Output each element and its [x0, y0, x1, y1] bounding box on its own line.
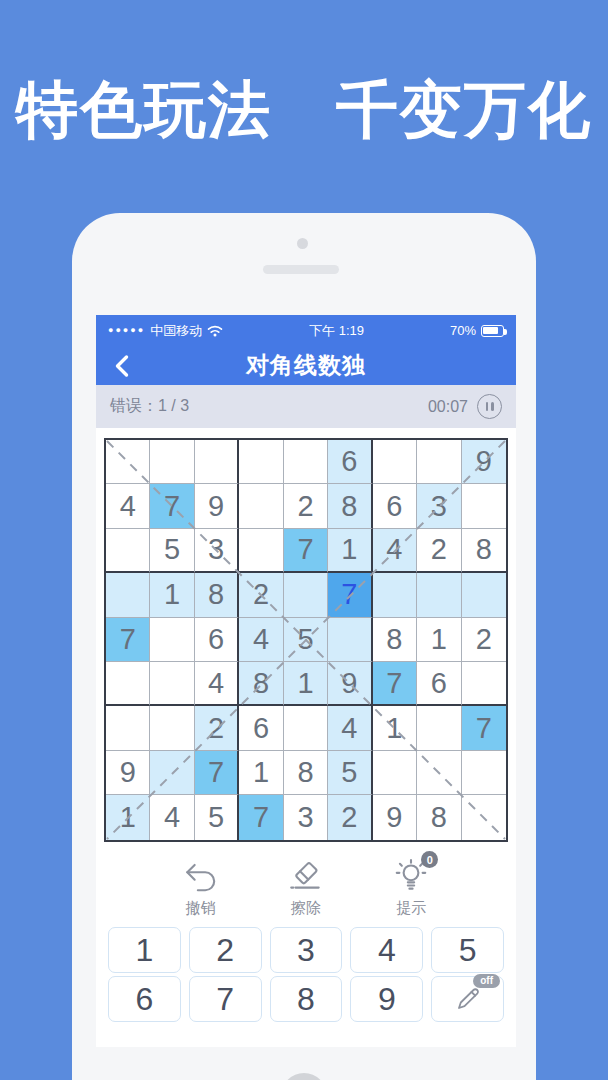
sudoku-cell-r3c9[interactable]: 8 — [462, 529, 506, 573]
sudoku-cell-r9c1[interactable]: 1 — [106, 795, 150, 839]
sudoku-cell-r5c8[interactable]: 1 — [417, 618, 461, 662]
sudoku-cell-r2c4[interactable] — [239, 484, 283, 528]
pause-button[interactable] — [477, 394, 502, 419]
sudoku-cell-r3c7[interactable]: 4 — [373, 529, 417, 573]
sudoku-cell-r2c6[interactable]: 8 — [328, 484, 372, 528]
page: 特色玩法 千变万化 ●●●●● 中国移动 下午 1:19 — [0, 0, 608, 1080]
timer-label: 00:07 — [428, 398, 468, 416]
sudoku-cell-r4c9[interactable] — [462, 573, 506, 617]
sudoku-cell-r5c4[interactable]: 4 — [239, 618, 283, 662]
sudoku-cell-r6c8[interactable]: 6 — [417, 662, 461, 706]
sudoku-cell-r3c3[interactable]: 3 — [195, 529, 239, 573]
numpad-button-6[interactable]: 6 — [108, 976, 181, 1022]
sudoku-cell-r5c1[interactable]: 7 — [106, 618, 150, 662]
sudoku-cell-r9c5[interactable]: 3 — [284, 795, 328, 839]
home-button[interactable] — [281, 1073, 327, 1080]
sudoku-cell-r2c1[interactable]: 4 — [106, 484, 150, 528]
erase-button[interactable]: 擦除 — [271, 857, 341, 918]
status-bar: ●●●●● 中国移动 下午 1:19 70% — [96, 315, 516, 346]
sudoku-cell-r6c2[interactable] — [150, 662, 194, 706]
sudoku-cell-r7c4[interactable]: 6 — [239, 706, 283, 750]
hero-title: 特色玩法 千变万化 — [0, 68, 608, 152]
sudoku-cell-r6c9[interactable] — [462, 662, 506, 706]
pencil-off-badge: off — [473, 974, 500, 988]
sudoku-cell-r3c6[interactable]: 1 — [328, 529, 372, 573]
sudoku-cell-r3c1[interactable] — [106, 529, 150, 573]
sudoku-cell-r1c2[interactable] — [150, 440, 194, 484]
sudoku-cell-r2c7[interactable]: 6 — [373, 484, 417, 528]
sudoku-cell-r6c6[interactable]: 9 — [328, 662, 372, 706]
hint-count-badge: 0 — [421, 851, 438, 868]
camera-dot — [297, 238, 308, 249]
sudoku-cell-r5c7[interactable]: 8 — [373, 618, 417, 662]
sudoku-cell-r1c6[interactable]: 6 — [328, 440, 372, 484]
undo-icon — [182, 857, 220, 895]
sudoku-cell-r4c8[interactable] — [417, 573, 461, 617]
sudoku-cell-r7c6[interactable]: 4 — [328, 706, 372, 750]
sudoku-cell-r1c1[interactable] — [106, 440, 150, 484]
sudoku-cell-r8c5[interactable]: 8 — [284, 751, 328, 795]
sudoku-board: 6947928635371428182776458124819762641797… — [104, 438, 508, 842]
carrier-label: 中国移动 — [150, 322, 202, 340]
sudoku-cell-r7c9[interactable]: 7 — [462, 706, 506, 750]
numpad-button-4[interactable]: 4 — [350, 927, 423, 973]
sudoku-cell-r8c8[interactable] — [417, 751, 461, 795]
sudoku-cell-r9c4[interactable]: 7 — [239, 795, 283, 839]
sudoku-cell-r4c4[interactable]: 2 — [239, 573, 283, 617]
eraser-icon — [287, 857, 325, 895]
sudoku-cell-r3c8[interactable]: 2 — [417, 529, 461, 573]
hint-label: 提示 — [396, 899, 426, 918]
sudoku-cell-r6c7[interactable]: 7 — [373, 662, 417, 706]
info-bar: 错误：1 / 3 00:07 — [96, 385, 516, 428]
sudoku-cell-r2c8[interactable]: 3 — [417, 484, 461, 528]
undo-label: 撤销 — [186, 899, 216, 918]
sudoku-cell-r5c2[interactable] — [150, 618, 194, 662]
battery-icon — [481, 325, 504, 337]
sudoku-cell-r4c2[interactable]: 1 — [150, 573, 194, 617]
wifi-icon — [207, 325, 223, 337]
sudoku-cell-r8c2[interactable] — [150, 751, 194, 795]
sudoku-cell-r6c5[interactable]: 1 — [284, 662, 328, 706]
sudoku-cell-r6c1[interactable] — [106, 662, 150, 706]
sudoku-cell-r4c1[interactable] — [106, 573, 150, 617]
sudoku-cell-r3c4[interactable] — [239, 529, 283, 573]
sudoku-cell-r9c6[interactable]: 2 — [328, 795, 372, 839]
sudoku-cell-r7c1[interactable] — [106, 706, 150, 750]
sudoku-cell-r1c8[interactable] — [417, 440, 461, 484]
numpad-button-7[interactable]: 7 — [189, 976, 262, 1022]
sudoku-cell-r8c1[interactable]: 9 — [106, 751, 150, 795]
numpad: 123456789 off — [96, 927, 516, 1022]
numpad-button-3[interactable]: 3 — [270, 927, 343, 973]
back-button[interactable] — [106, 350, 138, 382]
sudoku-cell-r9c9[interactable] — [462, 795, 506, 839]
undo-button[interactable]: 撤销 — [166, 857, 236, 918]
sudoku-cell-r2c2[interactable]: 7 — [150, 484, 194, 528]
toolbar: 撤销 擦除 — [96, 857, 516, 918]
numpad-button-5[interactable]: 5 — [431, 927, 504, 973]
sudoku-cell-r9c2[interactable]: 4 — [150, 795, 194, 839]
pencil-mode-button[interactable]: off — [431, 976, 504, 1022]
sudoku-cell-r2c9[interactable] — [462, 484, 506, 528]
sudoku-cell-r2c5[interactable]: 2 — [284, 484, 328, 528]
sudoku-cell-r1c9[interactable]: 9 — [462, 440, 506, 484]
sudoku-cell-r7c5[interactable] — [284, 706, 328, 750]
sudoku-cell-r7c8[interactable] — [417, 706, 461, 750]
sudoku-cell-r4c5[interactable] — [284, 573, 328, 617]
sudoku-cell-r7c3[interactable]: 2 — [195, 706, 239, 750]
nav-bar: 对角线数独 — [96, 346, 516, 385]
sudoku-cell-r4c3[interactable]: 8 — [195, 573, 239, 617]
sudoku-cell-r6c3[interactable]: 4 — [195, 662, 239, 706]
sudoku-cell-r4c6[interactable]: 7 — [328, 573, 372, 617]
sudoku-cell-r8c7[interactable] — [373, 751, 417, 795]
sudoku-cell-r1c7[interactable] — [373, 440, 417, 484]
speaker-slot — [263, 265, 339, 274]
sudoku-cell-r5c3[interactable]: 6 — [195, 618, 239, 662]
app-screen: ●●●●● 中国移动 下午 1:19 70% — [96, 315, 516, 1047]
sudoku-cell-r5c9[interactable]: 2 — [462, 618, 506, 662]
sudoku-cell-r9c3[interactable]: 5 — [195, 795, 239, 839]
sudoku-cell-r8c6[interactable]: 5 — [328, 751, 372, 795]
sudoku-cell-r6c4[interactable]: 8 — [239, 662, 283, 706]
signal-strength-icon: ●●●●● — [108, 325, 145, 335]
sudoku-cell-r1c5[interactable] — [284, 440, 328, 484]
numpad-button-8[interactable]: 8 — [270, 976, 343, 1022]
sudoku-cell-r9c7[interactable]: 9 — [373, 795, 417, 839]
page-title: 对角线数独 — [246, 350, 366, 381]
sudoku-cell-r1c3[interactable] — [195, 440, 239, 484]
sudoku-cell-r1c4[interactable] — [239, 440, 283, 484]
numpad-button-2[interactable]: 2 — [189, 927, 262, 973]
sudoku-cell-r7c2[interactable] — [150, 706, 194, 750]
board-wrap: 6947928635371428182776458124819762641797… — [104, 438, 508, 842]
sudoku-cell-r5c6[interactable] — [328, 618, 372, 662]
sudoku-cell-r8c4[interactable]: 1 — [239, 751, 283, 795]
erase-label: 擦除 — [291, 899, 321, 918]
sudoku-cell-r8c9[interactable] — [462, 751, 506, 795]
errors-label: 错误：1 / 3 — [110, 396, 189, 417]
clock-label: 下午 1:19 — [309, 322, 364, 340]
sudoku-cell-r7c7[interactable]: 1 — [373, 706, 417, 750]
hint-button[interactable]: 0 提示 — [376, 857, 446, 918]
numpad-button-9[interactable]: 9 — [350, 976, 423, 1022]
numpad-button-1[interactable]: 1 — [108, 927, 181, 973]
sudoku-cell-r5c5[interactable]: 5 — [284, 618, 328, 662]
battery-percent-label: 70% — [450, 323, 476, 338]
sudoku-cell-r9c8[interactable]: 8 — [417, 795, 461, 839]
sudoku-cell-r2c3[interactable]: 9 — [195, 484, 239, 528]
sudoku-cell-r3c5[interactable]: 7 — [284, 529, 328, 573]
sudoku-cell-r8c3[interactable]: 7 — [195, 751, 239, 795]
sudoku-cell-r4c7[interactable] — [373, 573, 417, 617]
phone-mockup: ●●●●● 中国移动 下午 1:19 70% — [72, 213, 536, 1080]
sudoku-cell-r3c2[interactable]: 5 — [150, 529, 194, 573]
